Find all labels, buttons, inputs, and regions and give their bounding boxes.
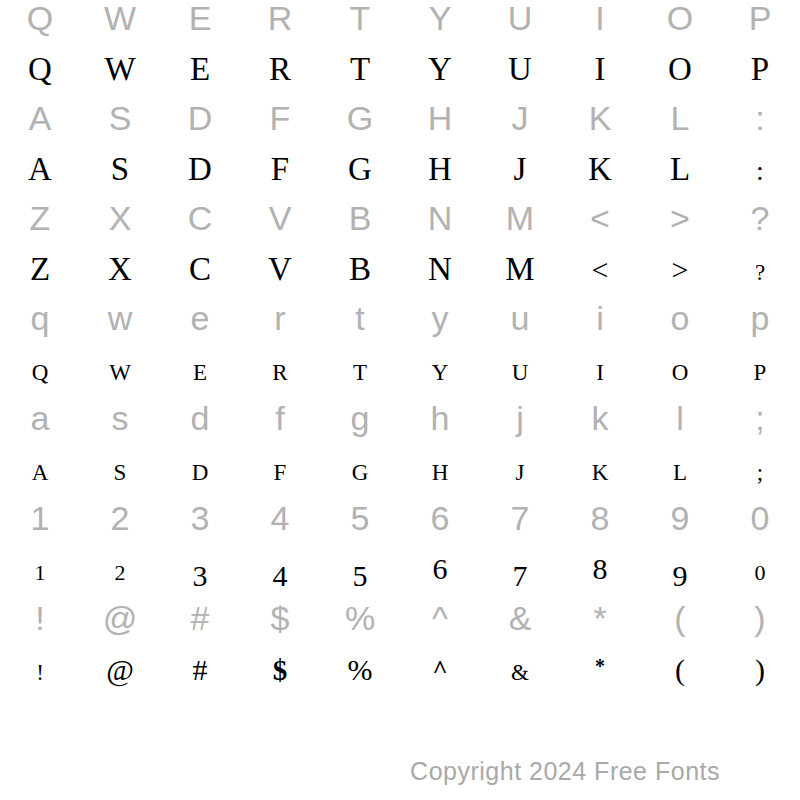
specimen-glyph: E: [190, 51, 210, 87]
spec-glyph-cell: K: [560, 444, 640, 494]
ref-glyph-cell: ;: [720, 393, 800, 443]
reference-glyph: %: [345, 599, 375, 637]
spec-glyph-cell: S: [80, 444, 160, 494]
spec-glyph-cell: H: [400, 144, 480, 194]
spec-glyph-cell: $: [240, 644, 320, 694]
specimen-glyph: L: [670, 151, 690, 187]
reference-glyph: t: [355, 299, 364, 337]
specimen-glyph: F: [274, 460, 287, 485]
specimen-glyph: #: [193, 653, 208, 686]
ref-glyph-cell: l: [640, 393, 720, 443]
ref-glyph-cell: r: [240, 293, 320, 343]
reference-glyph: h: [431, 399, 450, 437]
spec-glyph-cell: I: [560, 344, 640, 394]
spec-glyph-cell: :: [720, 144, 800, 194]
ref-glyph-cell: (: [640, 593, 720, 643]
specimen-glyph: Y: [432, 360, 449, 385]
spec-glyph-cell: #: [160, 644, 240, 694]
specimen-glyph: X: [108, 251, 132, 287]
specimen-glyph: $: [273, 654, 288, 686]
ref-glyph-cell: 1: [0, 493, 80, 543]
ref-glyph-cell: p: [720, 293, 800, 343]
ref-glyph-cell: ): [720, 593, 800, 643]
reference-glyph: :: [755, 99, 764, 137]
specimen-glyph: &: [511, 660, 529, 685]
reference-glyph: L: [671, 99, 690, 137]
ref-glyph-cell: <: [560, 193, 640, 243]
spec-glyph-cell: @: [80, 644, 160, 694]
specimen-glyph: G: [348, 151, 372, 187]
specimen-glyph: K: [592, 460, 609, 485]
reference-glyph: ): [754, 599, 765, 637]
ref-glyph-cell: F: [240, 93, 320, 143]
spec-glyph-cell: T: [320, 44, 400, 94]
specimen-glyph: ;: [757, 460, 763, 485]
specimen-glyph: T: [353, 360, 367, 385]
specimen-glyph: R: [272, 360, 287, 385]
ref-glyph-cell: %: [320, 593, 400, 643]
ref-glyph-cell: 8: [560, 493, 640, 543]
reference-glyph: 2: [111, 499, 130, 537]
specimen-glyph: A: [28, 151, 52, 187]
spec-glyph-cell: Z: [0, 244, 80, 294]
ref-glyph-cell: 0: [720, 493, 800, 543]
reference-glyph: ?: [751, 199, 770, 237]
ref-glyph-cell: 7: [480, 493, 560, 543]
specimen-glyph: S: [111, 151, 129, 187]
ref-glyph-cell: V: [240, 193, 320, 243]
spec-glyph-cell: Q: [0, 344, 80, 394]
specimen-glyph: F: [271, 151, 289, 187]
specimen-glyph: D: [192, 460, 209, 485]
reference-glyph: &: [509, 599, 532, 637]
spec-glyph-cell: P: [720, 44, 800, 94]
spec-glyph-cell: O: [640, 344, 720, 394]
spec-glyph-cell: D: [160, 444, 240, 494]
ref-glyph-cell: u: [480, 293, 560, 343]
ref-row-zxcv-caps: ZXCVBNM<>?: [0, 200, 800, 250]
reference-glyph: q: [31, 299, 50, 337]
spec-glyph-cell: O: [640, 44, 720, 94]
spec-glyph-cell: J: [480, 444, 560, 494]
specimen-glyph: !: [36, 660, 44, 685]
reference-glyph: Z: [30, 199, 51, 237]
reference-glyph: 8: [591, 499, 610, 537]
ref-glyph-cell: U: [480, 0, 560, 43]
ref-glyph-cell: 5: [320, 493, 400, 543]
spec-glyph-cell: 7: [480, 544, 560, 594]
reference-glyph: F: [270, 99, 291, 137]
spec-glyph-cell: ^: [400, 644, 480, 694]
specimen-glyph: (: [675, 653, 685, 686]
specimen-glyph: I: [596, 360, 604, 385]
ref-glyph-cell: I: [560, 0, 640, 43]
spec-glyph-cell: >: [640, 244, 720, 294]
reference-glyph: (: [674, 599, 685, 637]
reference-glyph: $: [271, 599, 290, 637]
ref-glyph-cell: Z: [0, 193, 80, 243]
ref-glyph-cell: >: [640, 193, 720, 243]
ref-glyph-cell: :: [720, 93, 800, 143]
specimen-glyph: C: [189, 251, 211, 287]
reference-glyph: J: [512, 99, 529, 137]
specimen-glyph: 9: [673, 559, 688, 592]
ref-glyph-cell: P: [720, 0, 800, 43]
reference-glyph: W: [104, 0, 136, 37]
reference-glyph: g: [351, 399, 370, 437]
reference-glyph: >: [670, 199, 690, 237]
specimen-glyph: 1: [35, 560, 46, 585]
reference-glyph: H: [428, 99, 453, 137]
ref-glyph-cell: C: [160, 193, 240, 243]
specimen-glyph: O: [668, 51, 692, 87]
specimen-glyph: M: [505, 251, 534, 287]
reference-glyph: D: [188, 99, 213, 137]
ref-glyph-cell: T: [320, 0, 400, 43]
spec-glyph-cell: A: [0, 144, 80, 194]
ref-glyph-cell: M: [480, 193, 560, 243]
reference-glyph: T: [350, 0, 371, 37]
ref-row-qwerty-caps: QWERTYUIOP: [0, 0, 800, 50]
specimen-glyph: O: [672, 360, 689, 385]
spec-glyph-cell: 4: [240, 544, 320, 594]
specimen-glyph: <: [592, 253, 609, 286]
ref-glyph-cell: ^: [400, 593, 480, 643]
ref-glyph-cell: 9: [640, 493, 720, 543]
specimen-glyph: 0: [755, 560, 766, 585]
spec-glyph-cell: X: [80, 244, 160, 294]
specimen-glyph: 7: [513, 559, 528, 592]
specimen-glyph: J: [514, 151, 527, 187]
ref-glyph-cell: &: [480, 593, 560, 643]
spec-glyph-cell: 5: [320, 544, 400, 594]
reference-glyph: ^: [432, 599, 448, 637]
ref-glyph-cell: d: [160, 393, 240, 443]
specimen-sheet: QWERTYUIOPQWERTYUIOPASDFGHJKL:ASDFGHJKL:…: [0, 0, 800, 800]
specimen-glyph: P: [751, 51, 769, 87]
ref-glyph-cell: y: [400, 293, 480, 343]
reference-glyph: R: [268, 0, 293, 37]
ref-glyph-cell: 3: [160, 493, 240, 543]
spec-glyph-cell: *: [560, 644, 640, 694]
ref-glyph-cell: Y: [400, 0, 480, 43]
reference-glyph: I: [595, 0, 604, 37]
specimen-glyph: H: [432, 460, 449, 485]
ref-glyph-cell: N: [400, 193, 480, 243]
specimen-glyph: @: [106, 653, 134, 686]
reference-glyph: a: [31, 399, 50, 437]
spec-glyph-cell: %: [320, 644, 400, 694]
ref-glyph-cell: B: [320, 193, 400, 243]
reference-glyph: <: [590, 199, 610, 237]
spec-glyph-cell: W: [80, 344, 160, 394]
reference-glyph: e: [191, 299, 210, 337]
specimen-glyph: 8: [593, 552, 608, 585]
ref-row-asdf-caps: ASDFGHJKL:: [0, 100, 800, 150]
ref-glyph-cell: a: [0, 393, 80, 443]
reference-glyph: i: [596, 299, 604, 337]
specimen-glyph: Y: [428, 51, 452, 87]
ref-glyph-cell: 6: [400, 493, 480, 543]
spec-glyph-cell: ?: [720, 244, 800, 294]
reference-glyph: Y: [429, 0, 452, 37]
spec-glyph-cell: 0: [720, 544, 800, 594]
spec-glyph-cell: L: [640, 444, 720, 494]
ref-glyph-cell: *: [560, 593, 640, 643]
ref-glyph-cell: k: [560, 393, 640, 443]
reference-glyph: Q: [27, 0, 53, 37]
reference-glyph: u: [511, 299, 530, 337]
ref-glyph-cell: ?: [720, 193, 800, 243]
specimen-glyph: W: [104, 51, 135, 87]
reference-glyph: 1: [31, 499, 50, 537]
specimen-glyph: W: [109, 360, 131, 385]
reference-glyph: C: [188, 199, 213, 237]
specimen-glyph: R: [269, 51, 291, 87]
ref-glyph-cell: 2: [80, 493, 160, 543]
reference-glyph: l: [676, 399, 684, 437]
ref-glyph-cell: @: [80, 593, 160, 643]
reference-glyph: @: [103, 599, 138, 637]
reference-glyph: f: [275, 399, 284, 437]
specimen-glyph: ^: [432, 655, 447, 684]
specimen-glyph: V: [268, 251, 292, 287]
ref-glyph-cell: i: [560, 293, 640, 343]
specimen-glyph: ?: [755, 260, 765, 285]
reference-glyph: B: [349, 199, 372, 237]
reference-glyph: N: [428, 199, 453, 237]
reference-glyph: d: [191, 399, 210, 437]
ref-row-asdf-lower-smallcaps: asdfghjkl;: [0, 400, 800, 450]
reference-glyph: ;: [755, 399, 764, 437]
reference-glyph: *: [593, 599, 606, 637]
reference-glyph: r: [274, 299, 285, 337]
ref-glyph-cell: X: [80, 193, 160, 243]
spec-glyph-cell: A: [0, 444, 80, 494]
specimen-glyph: K: [588, 151, 612, 187]
ref-glyph-cell: o: [640, 293, 720, 343]
ref-row-symbols: !@#$%^&*(): [0, 600, 800, 650]
ref-glyph-cell: #: [160, 593, 240, 643]
spec-glyph-cell: 6: [400, 544, 480, 594]
specimen-glyph: B: [349, 251, 371, 287]
specimen-glyph: T: [350, 51, 370, 87]
specimen-glyph: G: [352, 460, 369, 485]
spec-glyph-cell: W: [80, 44, 160, 94]
spec-glyph-cell: L: [640, 144, 720, 194]
reference-glyph: X: [109, 199, 132, 237]
reference-glyph: A: [29, 99, 52, 137]
reference-glyph: P: [749, 0, 772, 37]
spec-glyph-cell: 2: [80, 544, 160, 594]
specimen-glyph: 4: [273, 559, 288, 592]
reference-glyph: s: [112, 399, 129, 437]
specimen-glyph: Z: [30, 251, 50, 287]
ref-glyph-cell: e: [160, 293, 240, 343]
spec-glyph-cell: U: [480, 44, 560, 94]
specimen-glyph: *: [595, 655, 605, 677]
spec-glyph-cell: F: [240, 444, 320, 494]
specimen-glyph: I: [595, 51, 606, 87]
spec-glyph-cell: P: [720, 344, 800, 394]
reference-glyph: 5: [351, 499, 370, 537]
spec-glyph-cell: ): [720, 644, 800, 694]
spec-glyph-cell: G: [320, 444, 400, 494]
specimen-glyph: N: [428, 251, 452, 287]
specimen-glyph: %: [348, 653, 373, 686]
reference-glyph: U: [508, 0, 533, 37]
spec-glyph-cell: 8: [560, 544, 640, 594]
ref-glyph-cell: R: [240, 0, 320, 43]
ref-glyph-cell: $: [240, 593, 320, 643]
specimen-glyph: J: [516, 460, 525, 485]
ref-glyph-cell: h: [400, 393, 480, 443]
spec-row-symbols: !@#$%^&*(): [0, 650, 800, 700]
spec-glyph-cell: F: [240, 144, 320, 194]
reference-glyph: y: [432, 299, 449, 337]
ref-glyph-cell: j: [480, 393, 560, 443]
spec-glyph-cell: (: [640, 644, 720, 694]
reference-glyph: S: [109, 99, 132, 137]
spec-glyph-cell: K: [560, 144, 640, 194]
spec-glyph-cell: V: [240, 244, 320, 294]
spec-glyph-cell: <: [560, 244, 640, 294]
spec-glyph-cell: E: [160, 344, 240, 394]
specimen-glyph: 2: [115, 560, 126, 585]
reference-glyph: 4: [271, 499, 290, 537]
spec-glyph-cell: N: [400, 244, 480, 294]
reference-glyph: 6: [431, 499, 450, 537]
reference-glyph: O: [667, 0, 693, 37]
reference-glyph: K: [589, 99, 612, 137]
ref-glyph-cell: L: [640, 93, 720, 143]
ref-glyph-cell: E: [160, 0, 240, 43]
ref-glyph-cell: !: [0, 593, 80, 643]
reference-glyph: !: [35, 599, 44, 637]
reference-glyph: G: [347, 99, 373, 137]
spec-glyph-cell: Y: [400, 44, 480, 94]
specimen-glyph: 3: [193, 559, 208, 592]
reference-glyph: k: [592, 399, 609, 437]
specimen-glyph: Q: [28, 51, 52, 87]
reference-glyph: 9: [671, 499, 690, 537]
spec-glyph-cell: E: [160, 44, 240, 94]
spec-glyph-cell: T: [320, 344, 400, 394]
specimen-glyph: >: [672, 253, 689, 286]
reference-glyph: 7: [511, 499, 530, 537]
copyright-text: Copyright 2024 Free Fonts: [410, 757, 720, 786]
specimen-glyph: E: [193, 360, 207, 385]
specimen-glyph: 5: [353, 559, 368, 592]
spec-glyph-cell: I: [560, 44, 640, 94]
spec-glyph-cell: Q: [0, 44, 80, 94]
specimen-glyph: S: [114, 460, 127, 485]
spec-glyph-cell: Y: [400, 344, 480, 394]
ref-glyph-cell: 4: [240, 493, 320, 543]
ref-glyph-cell: H: [400, 93, 480, 143]
ref-glyph-cell: W: [80, 0, 160, 43]
spec-glyph-cell: S: [80, 144, 160, 194]
specimen-glyph: U: [512, 360, 529, 385]
spec-glyph-cell: H: [400, 444, 480, 494]
spec-glyph-cell: B: [320, 244, 400, 294]
spec-glyph-cell: &: [480, 644, 560, 694]
spec-glyph-cell: R: [240, 344, 320, 394]
specimen-glyph: U: [508, 51, 532, 87]
specimen-glyph: 6: [433, 552, 448, 585]
spec-glyph-cell: ;: [720, 444, 800, 494]
ref-glyph-cell: D: [160, 93, 240, 143]
spec-glyph-cell: R: [240, 44, 320, 94]
specimen-glyph: P: [754, 360, 767, 385]
ref-glyph-cell: g: [320, 393, 400, 443]
spec-glyph-cell: 9: [640, 544, 720, 594]
ref-glyph-cell: q: [0, 293, 80, 343]
ref-glyph-cell: A: [0, 93, 80, 143]
spec-glyph-cell: 3: [160, 544, 240, 594]
ref-glyph-cell: f: [240, 393, 320, 443]
specimen-glyph: A: [32, 460, 49, 485]
spec-glyph-cell: U: [480, 344, 560, 394]
reference-glyph: j: [516, 399, 524, 437]
reference-glyph: M: [506, 199, 534, 237]
spec-glyph-cell: !: [0, 644, 80, 694]
ref-glyph-cell: J: [480, 93, 560, 143]
spec-glyph-cell: D: [160, 144, 240, 194]
ref-glyph-cell: K: [560, 93, 640, 143]
spec-glyph-cell: M: [480, 244, 560, 294]
specimen-grid: QWERTYUIOPQWERTYUIOPASDFGHJKL:ASDFGHJKL:…: [0, 0, 800, 700]
specimen-glyph: H: [428, 151, 452, 187]
reference-glyph: w: [108, 299, 133, 337]
spec-glyph-cell: J: [480, 144, 560, 194]
ref-glyph-cell: Q: [0, 0, 80, 43]
ref-glyph-cell: O: [640, 0, 720, 43]
reference-glyph: V: [269, 199, 292, 237]
spec-glyph-cell: G: [320, 144, 400, 194]
ref-glyph-cell: S: [80, 93, 160, 143]
specimen-glyph: L: [673, 460, 687, 485]
specimen-glyph: Q: [32, 360, 49, 385]
ref-glyph-cell: s: [80, 393, 160, 443]
ref-glyph-cell: G: [320, 93, 400, 143]
ref-row-digits-oldstyle: 1234567890: [0, 500, 800, 550]
reference-glyph: 0: [751, 499, 770, 537]
ref-glyph-cell: t: [320, 293, 400, 343]
reference-glyph: E: [189, 0, 212, 37]
ref-row-qwerty-lower-smallcaps: qwertyuiop: [0, 300, 800, 350]
specimen-glyph: ): [755, 653, 765, 686]
ref-glyph-cell: w: [80, 293, 160, 343]
specimen-glyph: D: [188, 151, 212, 187]
spec-glyph-cell: 1: [0, 544, 80, 594]
reference-glyph: 3: [191, 499, 210, 537]
spec-glyph-cell: C: [160, 244, 240, 294]
specimen-glyph: :: [756, 155, 764, 186]
reference-glyph: o: [671, 299, 690, 337]
reference-glyph: #: [191, 599, 210, 637]
reference-glyph: p: [751, 299, 770, 337]
